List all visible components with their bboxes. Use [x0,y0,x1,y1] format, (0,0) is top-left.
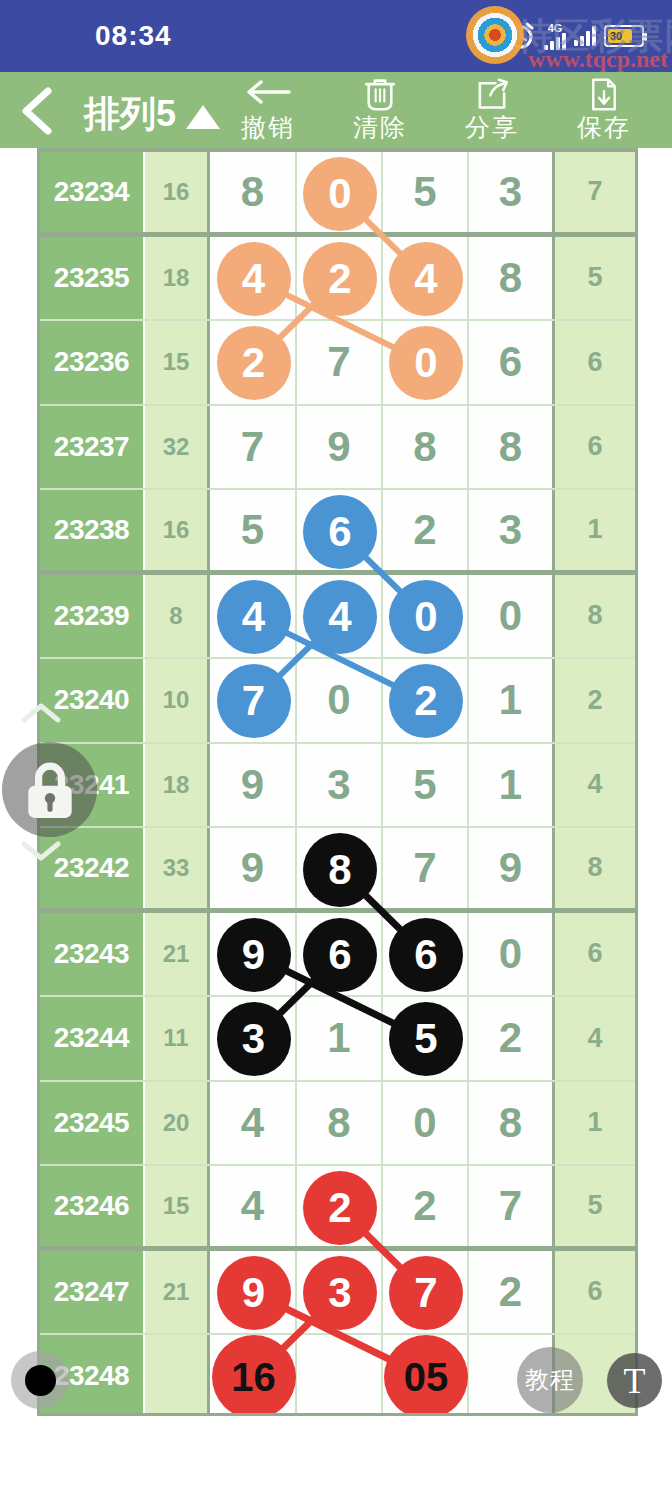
trend-chart[interactable]: 2323416805372323518424852323615270662323… [37,148,638,1416]
color-picker-button[interactable] [11,1351,69,1409]
drawn-circle-mark-red[interactable]: 05 [384,1335,468,1416]
drawn-circle-mark-red[interactable]: 16 [212,1335,296,1416]
share-icon [472,78,512,111]
drawn-circle-mark-black[interactable]: 9 [217,918,291,992]
drawn-circle-mark-orange[interactable]: 0 [303,157,377,231]
drawn-circle-mark-black[interactable]: 3 [217,1002,291,1076]
drawn-circle-mark-red[interactable]: 2 [303,1171,377,1245]
padlock-icon [24,759,76,821]
trash-icon [362,78,398,111]
back-button[interactable] [14,86,58,136]
lock-button[interactable] [2,742,97,837]
text-tool-button[interactable]: T [607,1353,662,1408]
save-button[interactable]: 保存 [558,78,650,144]
watermark-url-text: www.tqcp.net [528,46,668,73]
drawn-circle-mark-blue[interactable]: 7 [217,664,291,738]
game-title-dropdown[interactable]: 排列5 [84,90,220,139]
undo-arrow-icon [245,78,291,104]
drawn-circle-mark-blue[interactable]: 4 [303,580,377,654]
toolbar: 排列5 撤销 清除 分享 [0,72,672,148]
drawn-circle-mark-orange[interactable]: 2 [303,242,377,316]
drawn-circle-mark-blue[interactable]: 4 [217,580,291,654]
scroll-down-chevron-icon[interactable] [21,840,61,862]
drawn-circle-mark-blue[interactable]: 6 [303,495,377,569]
page-title: 排列5 [84,90,176,139]
drawn-circle-mark-red[interactable]: 7 [389,1256,463,1330]
watermark-logo-icon [466,6,524,64]
drawn-circle-mark-orange[interactable]: 2 [217,326,291,400]
save-icon [587,78,621,111]
drawn-circle-mark-black[interactable]: 8 [303,833,377,907]
drawn-circle-mark-red[interactable]: 3 [303,1256,377,1330]
drawn-circle-mark-orange[interactable]: 4 [389,242,463,316]
clear-button[interactable]: 清除 [334,78,426,144]
drawn-circle-mark-orange[interactable]: 4 [217,242,291,316]
android-nav-bar [0,1416,672,1500]
drawn-circle-mark-blue[interactable]: 0 [389,580,463,654]
current-color-dot [25,1365,56,1396]
drawn-circle-mark-red[interactable]: 9 [217,1256,291,1330]
dropdown-up-triangle-icon [186,105,220,129]
tutorial-button[interactable]: 教程 [517,1347,583,1413]
drawn-circle-mark-black[interactable]: 5 [389,1002,463,1076]
share-button[interactable]: 分享 [446,78,538,144]
undo-button[interactable]: 撤销 [222,78,314,144]
drawn-circle-mark-black[interactable]: 6 [389,918,463,992]
app-screen: 08:34 4G 30 特区彩票网 www.tqcp.net [0,0,672,1500]
drawn-circle-mark-orange[interactable]: 0 [389,326,463,400]
clock-time: 08:34 [95,20,172,52]
drawn-circle-mark-blue[interactable]: 2 [389,664,463,738]
scroll-up-chevron-icon[interactable] [21,702,61,724]
drawn-circle-mark-black[interactable]: 6 [303,918,377,992]
